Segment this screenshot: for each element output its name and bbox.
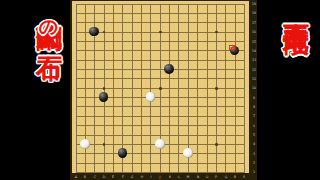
grid-line-h: [76, 125, 245, 126]
star-point: [103, 143, 106, 146]
grid-line-v: [178, 4, 179, 173]
coord-letter: L: [176, 175, 182, 179]
coord-number: 10: [251, 86, 257, 90]
stone-black: [89, 27, 99, 37]
coord-number: 19: [251, 2, 257, 6]
grid-line-v: [207, 4, 208, 173]
grid-line-h: [76, 163, 245, 164]
grid-line-v: [169, 4, 170, 173]
coord-number: 7: [251, 114, 257, 118]
coord-number: 6: [251, 123, 257, 127]
board-surface: ABCDEFGHIJKLMNOPQRS191817161514131211109…: [72, 1, 249, 173]
coord-number: 12: [251, 67, 257, 71]
grid-line-v: [197, 4, 198, 173]
coord-letter: I: [148, 175, 154, 179]
coord-letter: R: [232, 175, 238, 179]
coord-number: 5: [251, 133, 257, 137]
coord-number: 13: [251, 58, 257, 62]
video-frame: 前代未聞の布石 ABCDEFGHIJKLMNOPQRS1918171615141…: [0, 0, 320, 180]
stone-black: [118, 148, 128, 158]
coord-number: 8: [251, 105, 257, 109]
star-point: [215, 143, 218, 146]
left-caption-tail: 布石: [35, 35, 65, 37]
coord-number: 3: [251, 151, 257, 155]
stone-black: [99, 92, 109, 102]
star-point: [159, 87, 162, 90]
coord-number: 16: [251, 30, 257, 34]
star-point: [103, 87, 106, 90]
grid-line-v: [244, 4, 245, 173]
coord-letter: P: [214, 175, 220, 179]
coord-letter: C: [92, 175, 98, 179]
coord-letter: A: [73, 175, 79, 179]
left-caption-main: 前代未聞: [35, 2, 65, 6]
grid-line-h: [76, 116, 245, 117]
coord-letter: B: [83, 175, 89, 179]
coord-number: 17: [251, 20, 257, 24]
left-caption: 前代未聞の布石: [36, 2, 63, 37]
left-caption-particle: の: [39, 8, 61, 31]
coord-letter: F: [120, 175, 126, 179]
coord-letter: J: [157, 175, 163, 179]
coord-number: 9: [251, 95, 257, 99]
go-board: ABCDEFGHIJKLMNOPQRS191817161514131211109…: [70, 0, 257, 180]
grid-line-v: [235, 4, 236, 173]
coord-number: 2: [251, 161, 257, 165]
coord-letter: M: [186, 175, 192, 179]
coord-letter: O: [204, 175, 210, 179]
stone-black: [230, 46, 240, 56]
coord-letter: H: [139, 175, 145, 179]
grid-line-h: [76, 153, 245, 154]
right-caption: 大西竜平七段: [283, 3, 310, 9]
last-move-marker: [229, 45, 234, 50]
right-caption-text: 大西竜平七段: [282, 3, 312, 9]
coord-number: 14: [251, 48, 257, 52]
coord-number: 18: [251, 11, 257, 15]
coord-letter: E: [111, 175, 117, 179]
coord-number: 15: [251, 39, 257, 43]
coord-number: 11: [251, 76, 257, 80]
coord-letter: D: [101, 175, 107, 179]
stone-white: [155, 139, 165, 149]
stone-white: [146, 92, 156, 102]
coord-letter: G: [129, 175, 135, 179]
coord-letter: K: [167, 175, 173, 179]
stone-white: [80, 139, 90, 149]
coord-letter: S: [242, 175, 248, 179]
stone-black: [164, 64, 174, 74]
coord-letter: N: [195, 175, 201, 179]
coord-number: 1: [251, 170, 257, 174]
grid-line-v: [225, 4, 226, 173]
grid-line-h: [76, 172, 245, 173]
grid-line-h: [76, 135, 245, 136]
coord-number: 4: [251, 142, 257, 146]
stone-white: [183, 148, 193, 158]
coord-letter: Q: [223, 175, 229, 179]
star-point: [215, 87, 218, 90]
grid-line-h: [76, 106, 245, 107]
